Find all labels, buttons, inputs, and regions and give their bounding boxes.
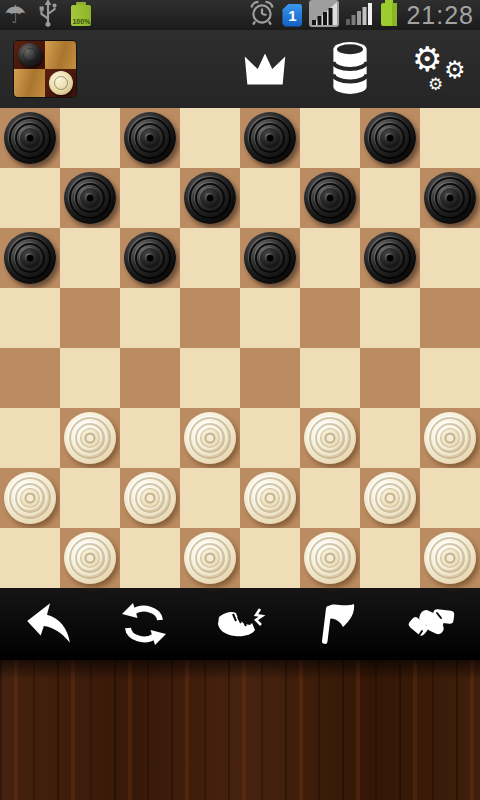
app-toolbar: ⚙ ⚙ ⚙ bbox=[0, 30, 480, 108]
board-square[interactable] bbox=[300, 288, 360, 348]
board-square[interactable] bbox=[420, 528, 480, 588]
board-square[interactable] bbox=[420, 288, 480, 348]
refresh-icon bbox=[120, 600, 168, 648]
white-piece[interactable] bbox=[424, 532, 476, 584]
checkers-board bbox=[0, 108, 480, 588]
board-square[interactable] bbox=[300, 408, 360, 468]
board-square[interactable] bbox=[0, 348, 60, 408]
board-square[interactable] bbox=[60, 348, 120, 408]
umbrella-icon: ☂ bbox=[4, 2, 26, 28]
board-square[interactable] bbox=[240, 528, 300, 588]
checkers-app-icon[interactable] bbox=[14, 41, 76, 97]
board-square[interactable] bbox=[240, 168, 300, 228]
board-square[interactable] bbox=[60, 228, 120, 288]
mobile-signal-tile-icon bbox=[309, 0, 339, 31]
kick-button[interactable] bbox=[192, 588, 288, 660]
board-square[interactable] bbox=[420, 228, 480, 288]
board-square[interactable] bbox=[360, 108, 420, 168]
board-square[interactable] bbox=[180, 108, 240, 168]
board-square[interactable] bbox=[60, 408, 120, 468]
alarm-clock-icon bbox=[249, 0, 275, 31]
board-square[interactable] bbox=[120, 108, 180, 168]
black-piece[interactable] bbox=[364, 112, 416, 164]
black-piece[interactable] bbox=[304, 172, 356, 224]
board-square[interactable] bbox=[240, 348, 300, 408]
board-square[interactable] bbox=[180, 468, 240, 528]
board-square[interactable] bbox=[120, 468, 180, 528]
board-square[interactable] bbox=[300, 108, 360, 168]
white-piece[interactable] bbox=[304, 412, 356, 464]
board-square[interactable] bbox=[0, 168, 60, 228]
black-piece[interactable] bbox=[124, 112, 176, 164]
board-square[interactable] bbox=[0, 528, 60, 588]
board-square[interactable] bbox=[240, 108, 300, 168]
board-square[interactable] bbox=[60, 108, 120, 168]
wood-background bbox=[0, 660, 480, 800]
black-piece[interactable] bbox=[244, 232, 296, 284]
kick-boot-icon bbox=[214, 600, 266, 648]
board-square[interactable] bbox=[360, 408, 420, 468]
board-square[interactable] bbox=[360, 288, 420, 348]
board-square[interactable] bbox=[180, 288, 240, 348]
board-square[interactable] bbox=[60, 468, 120, 528]
board-square[interactable] bbox=[300, 468, 360, 528]
board-square[interactable] bbox=[0, 108, 60, 168]
board-square[interactable] bbox=[420, 408, 480, 468]
white-piece[interactable] bbox=[64, 412, 116, 464]
database-button[interactable] bbox=[330, 41, 370, 98]
crown-icon bbox=[238, 49, 292, 90]
board-square[interactable] bbox=[60, 288, 120, 348]
board-square[interactable] bbox=[120, 348, 180, 408]
board-square[interactable] bbox=[420, 108, 480, 168]
board-square[interactable] bbox=[420, 168, 480, 228]
gears-icon: ⚙ ⚙ ⚙ bbox=[408, 40, 470, 98]
app-icon-square bbox=[45, 69, 76, 97]
board-square[interactable] bbox=[300, 168, 360, 228]
status-left-group: ☂ 100% bbox=[4, 0, 92, 31]
board-square[interactable] bbox=[360, 528, 420, 588]
white-piece[interactable] bbox=[184, 532, 236, 584]
board-square[interactable] bbox=[300, 228, 360, 288]
board-square[interactable] bbox=[60, 168, 120, 228]
app-icon-square bbox=[45, 41, 76, 69]
board-square[interactable] bbox=[420, 468, 480, 528]
signal-bars-icon bbox=[346, 0, 374, 30]
board-square[interactable] bbox=[360, 348, 420, 408]
black-piece[interactable] bbox=[64, 172, 116, 224]
flag-icon bbox=[312, 599, 360, 649]
board-square[interactable] bbox=[360, 468, 420, 528]
black-piece[interactable] bbox=[124, 232, 176, 284]
battery-percent-label: 100% bbox=[71, 17, 91, 26]
board-square[interactable] bbox=[180, 408, 240, 468]
board-square[interactable] bbox=[240, 288, 300, 348]
white-piece[interactable] bbox=[304, 532, 356, 584]
sim1-badge: 1 bbox=[282, 4, 302, 27]
restart-button[interactable] bbox=[96, 588, 192, 660]
resign-button[interactable] bbox=[288, 588, 384, 660]
undo-button[interactable] bbox=[0, 588, 96, 660]
board-square[interactable] bbox=[120, 288, 180, 348]
game-action-bar bbox=[0, 588, 480, 660]
status-bar: ☂ 100% bbox=[0, 0, 480, 30]
app-icon-square bbox=[14, 69, 45, 97]
white-piece[interactable] bbox=[4, 472, 56, 524]
board-square[interactable] bbox=[300, 528, 360, 588]
white-piece[interactable] bbox=[64, 532, 116, 584]
board-square[interactable] bbox=[0, 228, 60, 288]
handshake-icon bbox=[406, 600, 458, 648]
board-square[interactable] bbox=[60, 528, 120, 588]
black-piece[interactable] bbox=[364, 232, 416, 284]
app-icon-square bbox=[14, 41, 45, 69]
board-square[interactable] bbox=[120, 528, 180, 588]
black-piece[interactable] bbox=[4, 232, 56, 284]
clock-time: 21:28 bbox=[404, 1, 476, 30]
white-piece[interactable] bbox=[124, 472, 176, 524]
board-square[interactable] bbox=[0, 408, 60, 468]
battery-icon bbox=[381, 0, 397, 30]
black-piece[interactable] bbox=[4, 112, 56, 164]
board-square[interactable] bbox=[300, 348, 360, 408]
board-square[interactable] bbox=[180, 348, 240, 408]
black-piece[interactable] bbox=[184, 172, 236, 224]
white-piece[interactable] bbox=[244, 472, 296, 524]
board-square[interactable] bbox=[420, 348, 480, 408]
undo-arrow-icon bbox=[23, 599, 73, 649]
board-square[interactable] bbox=[0, 288, 60, 348]
settings-button[interactable]: ⚙ ⚙ ⚙ bbox=[408, 40, 470, 98]
board-square[interactable] bbox=[240, 468, 300, 528]
board-square[interactable] bbox=[240, 228, 300, 288]
black-piece[interactable] bbox=[424, 172, 476, 224]
board-square[interactable] bbox=[120, 408, 180, 468]
black-piece[interactable] bbox=[244, 112, 296, 164]
white-piece[interactable] bbox=[424, 412, 476, 464]
usb-icon bbox=[36, 0, 60, 31]
phone-screen: ☂ 100% bbox=[0, 0, 480, 800]
board-square[interactable] bbox=[180, 168, 240, 228]
board-square[interactable] bbox=[180, 528, 240, 588]
crown-button[interactable] bbox=[238, 49, 292, 90]
draw-button[interactable] bbox=[384, 588, 480, 660]
battery-100-icon: 100% bbox=[70, 2, 92, 28]
status-right-group: 1 bbox=[249, 0, 476, 31]
white-piece[interactable] bbox=[184, 412, 236, 464]
board-square[interactable] bbox=[120, 168, 180, 228]
board-square[interactable] bbox=[180, 228, 240, 288]
white-piece[interactable] bbox=[364, 472, 416, 524]
database-icon bbox=[330, 41, 370, 98]
board-square[interactable] bbox=[120, 228, 180, 288]
board-square[interactable] bbox=[240, 408, 300, 468]
toolbar-actions: ⚙ ⚙ ⚙ bbox=[238, 40, 470, 98]
board-square[interactable] bbox=[0, 468, 60, 528]
board-square[interactable] bbox=[360, 168, 420, 228]
board-square[interactable] bbox=[360, 228, 420, 288]
